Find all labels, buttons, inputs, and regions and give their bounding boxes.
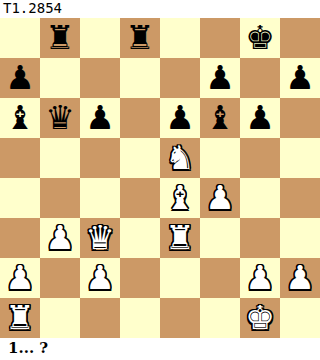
square-d3[interactable] xyxy=(120,218,160,258)
square-c3[interactable]: ♛ xyxy=(80,218,120,258)
square-f3[interactable] xyxy=(200,218,240,258)
square-d2[interactable] xyxy=(120,258,160,298)
square-h4[interactable] xyxy=(280,178,320,218)
square-a4[interactable] xyxy=(0,178,40,218)
white-pawn[interactable]: ♟ xyxy=(285,258,315,298)
square-a7[interactable]: ♟ xyxy=(0,58,40,98)
square-f8[interactable] xyxy=(200,18,240,58)
square-e5[interactable]: ♞ xyxy=(160,138,200,178)
black-pawn[interactable]: ♟ xyxy=(85,98,115,138)
black-pawn[interactable]: ♟ xyxy=(285,58,315,98)
square-d5[interactable] xyxy=(120,138,160,178)
square-c6[interactable]: ♟ xyxy=(80,98,120,138)
black-pawn[interactable]: ♟ xyxy=(205,58,235,98)
square-b1[interactable] xyxy=(40,298,80,338)
square-a3[interactable] xyxy=(0,218,40,258)
square-h5[interactable] xyxy=(280,138,320,178)
square-f7[interactable]: ♟ xyxy=(200,58,240,98)
black-rook[interactable]: ♜ xyxy=(125,18,155,58)
square-g7[interactable] xyxy=(240,58,280,98)
white-rook[interactable]: ♜ xyxy=(5,298,35,338)
square-f4[interactable]: ♟ xyxy=(200,178,240,218)
square-h2[interactable]: ♟ xyxy=(280,258,320,298)
square-a6[interactable]: ♝ xyxy=(0,98,40,138)
square-f2[interactable] xyxy=(200,258,240,298)
square-a1[interactable]: ♜ xyxy=(0,298,40,338)
black-bishop[interactable]: ♝ xyxy=(205,98,235,138)
square-g5[interactable] xyxy=(240,138,280,178)
square-e7[interactable] xyxy=(160,58,200,98)
white-knight[interactable]: ♞ xyxy=(165,138,195,178)
square-b7[interactable] xyxy=(40,58,80,98)
square-h6[interactable] xyxy=(280,98,320,138)
black-queen[interactable]: ♛ xyxy=(45,98,75,138)
black-pawn[interactable]: ♟ xyxy=(245,98,275,138)
square-d6[interactable] xyxy=(120,98,160,138)
black-rook[interactable]: ♜ xyxy=(45,18,75,58)
square-b3[interactable]: ♟ xyxy=(40,218,80,258)
black-king[interactable]: ♚ xyxy=(245,18,275,58)
white-bishop[interactable]: ♝ xyxy=(165,178,195,218)
square-d7[interactable] xyxy=(120,58,160,98)
white-pawn[interactable]: ♟ xyxy=(205,178,235,218)
square-c7[interactable] xyxy=(80,58,120,98)
square-a2[interactable]: ♟ xyxy=(0,258,40,298)
square-e1[interactable] xyxy=(160,298,200,338)
square-h7[interactable]: ♟ xyxy=(280,58,320,98)
square-e4[interactable]: ♝ xyxy=(160,178,200,218)
square-g3[interactable] xyxy=(240,218,280,258)
square-e3[interactable]: ♜ xyxy=(160,218,200,258)
square-h3[interactable] xyxy=(280,218,320,258)
square-g4[interactable] xyxy=(240,178,280,218)
square-e2[interactable] xyxy=(160,258,200,298)
square-f6[interactable]: ♝ xyxy=(200,98,240,138)
white-rook[interactable]: ♜ xyxy=(165,218,195,258)
square-f1[interactable] xyxy=(200,298,240,338)
black-pawn[interactable]: ♟ xyxy=(165,98,195,138)
white-pawn[interactable]: ♟ xyxy=(245,258,275,298)
square-d8[interactable]: ♜ xyxy=(120,18,160,58)
square-e8[interactable] xyxy=(160,18,200,58)
square-b6[interactable]: ♛ xyxy=(40,98,80,138)
white-pawn[interactable]: ♟ xyxy=(85,258,115,298)
square-g2[interactable]: ♟ xyxy=(240,258,280,298)
puzzle-title: T1.2854 xyxy=(0,0,320,18)
square-b5[interactable] xyxy=(40,138,80,178)
white-pawn[interactable]: ♟ xyxy=(5,258,35,298)
square-c5[interactable] xyxy=(80,138,120,178)
square-d1[interactable] xyxy=(120,298,160,338)
square-d4[interactable] xyxy=(120,178,160,218)
square-a8[interactable] xyxy=(0,18,40,58)
square-g1[interactable]: ♚ xyxy=(240,298,280,338)
white-queen[interactable]: ♛ xyxy=(85,218,115,258)
square-c4[interactable] xyxy=(80,178,120,218)
square-c2[interactable]: ♟ xyxy=(80,258,120,298)
square-h1[interactable] xyxy=(280,298,320,338)
square-b2[interactable] xyxy=(40,258,80,298)
square-h8[interactable] xyxy=(280,18,320,58)
chess-board: ♜♜♚♟♟♟♝♛♟♟♝♟♞♝♟♟♛♜♟♟♟♟♜♚ xyxy=(0,18,320,338)
square-e6[interactable]: ♟ xyxy=(160,98,200,138)
square-g6[interactable]: ♟ xyxy=(240,98,280,138)
move-prompt: 1... ? xyxy=(0,338,320,360)
square-b8[interactable]: ♜ xyxy=(40,18,80,58)
black-bishop[interactable]: ♝ xyxy=(5,98,35,138)
white-king[interactable]: ♚ xyxy=(245,298,275,338)
square-c1[interactable] xyxy=(80,298,120,338)
square-c8[interactable] xyxy=(80,18,120,58)
square-a5[interactable] xyxy=(0,138,40,178)
square-b4[interactable] xyxy=(40,178,80,218)
square-f5[interactable] xyxy=(200,138,240,178)
black-pawn[interactable]: ♟ xyxy=(5,58,35,98)
white-pawn[interactable]: ♟ xyxy=(45,218,75,258)
square-g8[interactable]: ♚ xyxy=(240,18,280,58)
